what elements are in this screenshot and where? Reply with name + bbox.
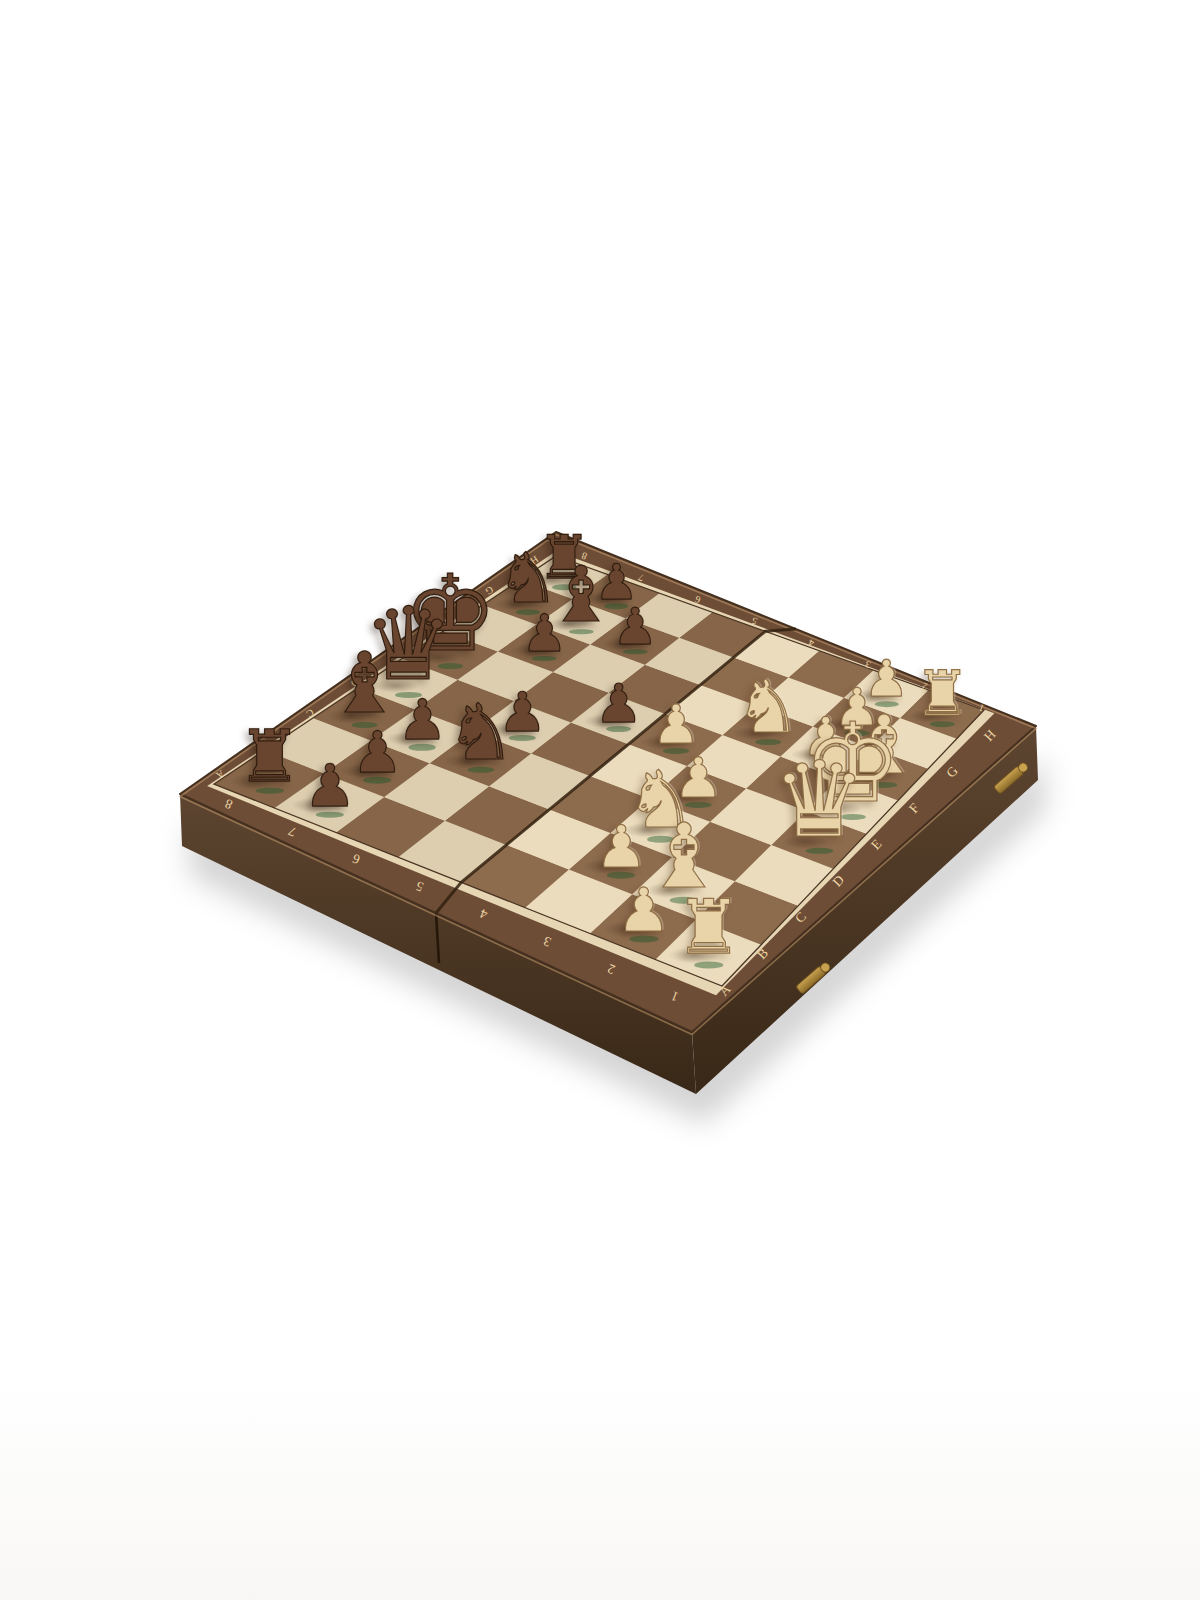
product-photo-stage: ABCDEFGH12345678ABCDEFGH12345678 ♜♟♞♝♟♟♚… (0, 0, 1200, 1600)
chess-board: ABCDEFGH12345678ABCDEFGH12345678 (0, 0, 1200, 1600)
